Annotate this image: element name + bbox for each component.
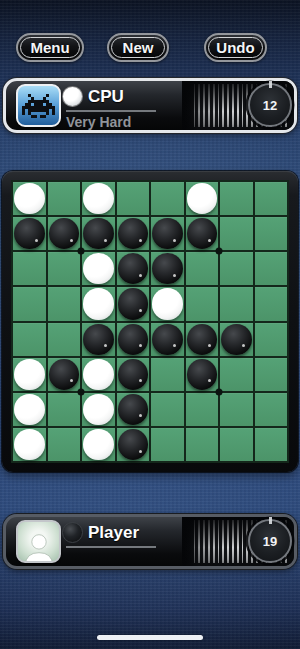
black-disc: [118, 253, 149, 284]
board-cell-h8[interactable]: [255, 428, 288, 461]
board-cell-e2[interactable]: [151, 217, 184, 250]
star-point: [78, 248, 85, 255]
board-cell-d7[interactable]: [117, 393, 150, 426]
board-cell-h7[interactable]: [255, 393, 288, 426]
player-panel: Player 19: [3, 514, 297, 569]
player-score-value: 19: [263, 534, 277, 549]
menu-button-label: Menu: [30, 39, 69, 56]
white-disc: [14, 183, 45, 214]
board-cell-e1[interactable]: [151, 182, 184, 215]
board-cell-f5[interactable]: [186, 323, 219, 356]
person-silhouette-icon: [21, 529, 57, 564]
white-disc: [14, 394, 45, 425]
board-cell-h2[interactable]: [255, 217, 288, 250]
board-cell-h5[interactable]: [255, 323, 288, 356]
board-cell-h6[interactable]: [255, 358, 288, 391]
board-cell-d2[interactable]: [117, 217, 150, 250]
star-point: [215, 388, 222, 395]
black-disc: [118, 324, 149, 355]
cpu-drum-pointer: [269, 81, 272, 88]
cpu-panel: CPU Very Hard 12: [3, 78, 297, 133]
board-cell-e6[interactable]: [151, 358, 184, 391]
black-disc: [118, 218, 149, 249]
player-disc-color-black-icon: [62, 522, 83, 543]
board-cell-e7[interactable]: [151, 393, 184, 426]
board-cell-e4[interactable]: [151, 287, 184, 320]
board-cell-c1[interactable]: [82, 182, 115, 215]
home-indicator[interactable]: [97, 635, 203, 640]
board-cell-f8[interactable]: [186, 428, 219, 461]
white-disc: [152, 288, 183, 319]
space-invader-icon: [22, 92, 55, 119]
white-disc: [14, 429, 45, 460]
board-cell-a4[interactable]: [13, 287, 46, 320]
othello-app-screen: Menu New Undo CPU Very Hard: [0, 0, 300, 649]
board-cell-f2[interactable]: [186, 217, 219, 250]
board-cell-g1[interactable]: [220, 182, 253, 215]
cpu-score-badge: 12: [248, 83, 292, 127]
board-cell-h4[interactable]: [255, 287, 288, 320]
black-disc: [118, 288, 149, 319]
star-point: [78, 388, 85, 395]
white-disc: [83, 394, 114, 425]
white-disc: [83, 429, 114, 460]
black-disc: [187, 218, 218, 249]
black-disc: [187, 324, 218, 355]
board-cell-g2[interactable]: [220, 217, 253, 250]
board-frame: [2, 171, 298, 472]
cpu-difficulty-label: Very Hard: [66, 114, 131, 130]
cpu-panel-divider: [66, 110, 156, 112]
othello-board: [11, 180, 289, 463]
board-cell-c2[interactable]: [82, 217, 115, 250]
cpu-disc-color-white-icon: [62, 86, 83, 107]
white-disc: [83, 183, 114, 214]
board-cell-d5[interactable]: [117, 323, 150, 356]
board-cell-a7[interactable]: [13, 393, 46, 426]
black-disc: [118, 429, 149, 460]
black-disc: [118, 359, 149, 390]
board-cell-f1[interactable]: [186, 182, 219, 215]
undo-button[interactable]: Undo: [204, 33, 267, 62]
menu-button[interactable]: Menu: [16, 33, 84, 62]
black-disc: [83, 324, 114, 355]
board-cell-e8[interactable]: [151, 428, 184, 461]
black-disc: [152, 218, 183, 249]
board-cell-a2[interactable]: [13, 217, 46, 250]
player-drum-pointer: [269, 517, 272, 524]
board-cell-g5[interactable]: [220, 323, 253, 356]
player-panel-divider: [66, 546, 156, 548]
black-disc: [49, 359, 80, 390]
board-cell-d8[interactable]: [117, 428, 150, 461]
cpu-name: CPU: [88, 87, 124, 107]
black-disc: [187, 359, 218, 390]
cpu-score-value: 12: [263, 98, 277, 113]
white-disc: [83, 359, 114, 390]
board-cell-e5[interactable]: [151, 323, 184, 356]
white-disc: [14, 359, 45, 390]
player-avatar: [16, 520, 61, 563]
board-cell-f6[interactable]: [186, 358, 219, 391]
board-cell-c8[interactable]: [82, 428, 115, 461]
board-cell-c3[interactable]: [82, 252, 115, 285]
board-cell-d4[interactable]: [117, 287, 150, 320]
board-cell-b7[interactable]: [48, 393, 81, 426]
board-cell-a1[interactable]: [13, 182, 46, 215]
new-button-label: New: [123, 39, 154, 56]
board-cell-a5[interactable]: [13, 323, 46, 356]
white-disc: [83, 253, 114, 284]
board-cell-b6[interactable]: [48, 358, 81, 391]
board-cell-b4[interactable]: [48, 287, 81, 320]
black-disc: [118, 394, 149, 425]
undo-button-label: Undo: [216, 39, 254, 56]
white-disc: [83, 288, 114, 319]
board-cell-f3[interactable]: [186, 252, 219, 285]
board-cell-c6[interactable]: [82, 358, 115, 391]
board-cell-b2[interactable]: [48, 217, 81, 250]
board-cell-g8[interactable]: [220, 428, 253, 461]
board-cell-b3[interactable]: [48, 252, 81, 285]
board-cell-c4[interactable]: [82, 287, 115, 320]
black-disc: [221, 324, 252, 355]
board-cell-a6[interactable]: [13, 358, 46, 391]
board-cell-g7[interactable]: [220, 393, 253, 426]
black-disc: [83, 218, 114, 249]
star-point: [215, 248, 222, 255]
player-score-badge: 19: [248, 519, 292, 563]
board-cell-a8[interactable]: [13, 428, 46, 461]
board-cell-b1[interactable]: [48, 182, 81, 215]
board-cell-g4[interactable]: [220, 287, 253, 320]
board-cell-d1[interactable]: [117, 182, 150, 215]
board-cell-b5[interactable]: [48, 323, 81, 356]
board-cell-d6[interactable]: [117, 358, 150, 391]
cpu-avatar: [16, 84, 61, 127]
black-disc: [152, 253, 183, 284]
white-disc: [187, 183, 218, 214]
board-cell-a3[interactable]: [13, 252, 46, 285]
board-cell-h3[interactable]: [255, 252, 288, 285]
board-cell-c5[interactable]: [82, 323, 115, 356]
black-disc: [14, 218, 45, 249]
board-cell-g6[interactable]: [220, 358, 253, 391]
black-disc: [49, 218, 80, 249]
board-cell-c7[interactable]: [82, 393, 115, 426]
player-name: Player: [88, 523, 139, 543]
board-cell-h1[interactable]: [255, 182, 288, 215]
board-cell-f4[interactable]: [186, 287, 219, 320]
black-disc: [152, 324, 183, 355]
board-cell-g3[interactable]: [220, 252, 253, 285]
board-cell-f7[interactable]: [186, 393, 219, 426]
new-button[interactable]: New: [107, 33, 169, 62]
board-cell-b8[interactable]: [48, 428, 81, 461]
board-cell-e3[interactable]: [151, 252, 184, 285]
board-cell-d3[interactable]: [117, 252, 150, 285]
